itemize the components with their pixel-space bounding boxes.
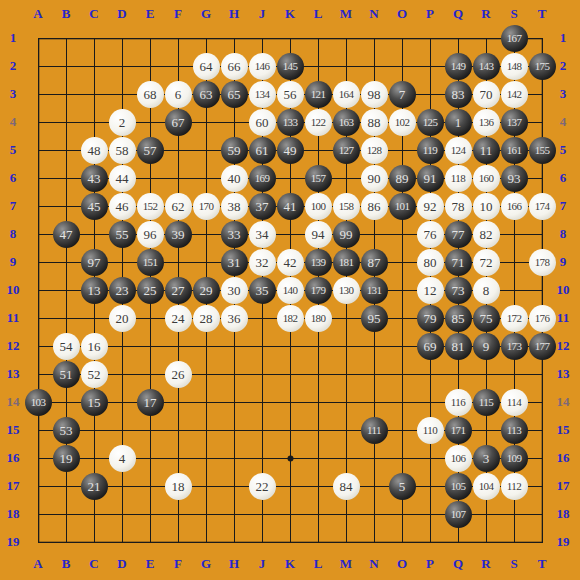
coord-label-g: G [192,2,220,26]
stone-g10[interactable]: 29 [193,277,220,304]
stone-k4[interactable]: 133 [277,109,304,136]
stone-s16[interactable]: 109 [501,445,528,472]
stone-m7[interactable]: 158 [333,193,360,220]
stone-s1[interactable]: 167 [501,25,528,52]
coord-label-q: Q [444,2,472,26]
stone-p4[interactable]: 125 [417,109,444,136]
stone-l3[interactable]: 121 [305,81,332,108]
stone-e9[interactable]: 151 [137,249,164,276]
stone-p15[interactable]: 110 [417,417,444,444]
stone-s5[interactable]: 161 [501,137,528,164]
stone-n10[interactable]: 131 [361,277,388,304]
stone-q10[interactable]: 73 [445,277,472,304]
stone-r4[interactable]: 136 [473,109,500,136]
stone-j6[interactable]: 169 [249,165,276,192]
stone-e10[interactable]: 25 [137,277,164,304]
stone-m3[interactable]: 164 [333,81,360,108]
stone-q3[interactable]: 83 [445,81,472,108]
stone-h3[interactable]: 65 [221,81,248,108]
coord-label-9: 9 [1,248,25,276]
stone-c13[interactable]: 52 [81,361,108,388]
stone-g2[interactable]: 64 [193,53,220,80]
stone-c12[interactable]: 16 [81,333,108,360]
stone-s4[interactable]: 137 [501,109,528,136]
stone-m9[interactable]: 181 [333,249,360,276]
stone-j5[interactable]: 61 [249,137,276,164]
stone-t11[interactable]: 176 [529,305,556,332]
stone-e5[interactable]: 57 [137,137,164,164]
stone-f13[interactable]: 26 [165,361,192,388]
stone-r10[interactable]: 8 [473,277,500,304]
stone-r8[interactable]: 82 [473,221,500,248]
stone-c10[interactable]: 13 [81,277,108,304]
stone-r3[interactable]: 70 [473,81,500,108]
stone-m5[interactable]: 127 [333,137,360,164]
stone-s6[interactable]: 93 [501,165,528,192]
stone-j2[interactable]: 146 [249,53,276,80]
coord-label-3: 3 [1,80,25,108]
stone-q9[interactable]: 71 [445,249,472,276]
stone-t2[interactable]: 175 [529,53,556,80]
coord-label-14: 14 [1,388,25,416]
stone-f8[interactable]: 39 [165,221,192,248]
stone-g3[interactable]: 63 [193,81,220,108]
stone-s15[interactable]: 113 [501,417,528,444]
stone-o7[interactable]: 101 [389,193,416,220]
coord-label-2: 2 [1,52,25,80]
stone-m17[interactable]: 84 [333,473,360,500]
stone-l11[interactable]: 180 [305,305,332,332]
stone-k9[interactable]: 42 [277,249,304,276]
coord-label-p: P [416,2,444,26]
stone-d11[interactable]: 20 [109,305,136,332]
stone-q8[interactable]: 77 [445,221,472,248]
stone-n11[interactable]: 95 [361,305,388,332]
stone-k7[interactable]: 41 [277,193,304,220]
stone-h11[interactable]: 36 [221,305,248,332]
stone-n5[interactable]: 128 [361,137,388,164]
stone-d6[interactable]: 44 [109,165,136,192]
stone-o3[interactable]: 7 [389,81,416,108]
coord-label-12: 12 [1,332,25,360]
stone-c14[interactable]: 15 [81,389,108,416]
stones-grid[interactable]: 1234567891011121315161718192021222324252… [24,24,556,556]
stone-q12[interactable]: 81 [445,333,472,360]
stone-q4[interactable]: 1 [445,109,472,136]
stone-s12[interactable]: 173 [501,333,528,360]
stone-s7[interactable]: 166 [501,193,528,220]
stone-q15[interactable]: 171 [445,417,472,444]
stone-q11[interactable]: 85 [445,305,472,332]
stone-p5[interactable]: 119 [417,137,444,164]
stone-g7[interactable]: 170 [193,193,220,220]
stone-q16[interactable]: 106 [445,445,472,472]
stone-m4[interactable]: 163 [333,109,360,136]
stone-t5[interactable]: 155 [529,137,556,164]
stone-j9[interactable]: 32 [249,249,276,276]
stone-j8[interactable]: 34 [249,221,276,248]
coord-label-16: 16 [1,444,25,472]
stone-l4[interactable]: 122 [305,109,332,136]
stone-d8[interactable]: 55 [109,221,136,248]
stone-d10[interactable]: 23 [109,277,136,304]
stone-o6[interactable]: 89 [389,165,416,192]
stone-l7[interactable]: 100 [305,193,332,220]
stone-c7[interactable]: 45 [81,193,108,220]
stone-n4[interactable]: 88 [361,109,388,136]
coord-label-f: F [164,2,192,26]
coord-label-10: 10 [1,276,25,304]
stone-h7[interactable]: 38 [221,193,248,220]
stone-j4[interactable]: 60 [249,109,276,136]
stone-r9[interactable]: 72 [473,249,500,276]
stone-h8[interactable]: 33 [221,221,248,248]
stone-q14[interactable]: 116 [445,389,472,416]
stone-n7[interactable]: 86 [361,193,388,220]
stone-p12[interactable]: 69 [417,333,444,360]
stone-n15[interactable]: 111 [361,417,388,444]
stone-l9[interactable]: 139 [305,249,332,276]
stone-r16[interactable]: 3 [473,445,500,472]
stone-t7[interactable]: 174 [529,193,556,220]
stone-h9[interactable]: 31 [221,249,248,276]
stone-j10[interactable]: 35 [249,277,276,304]
coord-label-19: 19 [1,528,25,556]
coord-label-1: 1 [1,24,25,52]
coord-label-6: 6 [1,164,25,192]
stone-t12[interactable]: 177 [529,333,556,360]
coord-label-o: O [388,2,416,26]
stone-s11[interactable]: 172 [501,305,528,332]
stone-f3[interactable]: 6 [165,81,192,108]
stone-q18[interactable]: 107 [445,501,472,528]
stone-c9[interactable]: 97 [81,249,108,276]
stone-e7[interactable]: 152 [137,193,164,220]
stone-h2[interactable]: 66 [221,53,248,80]
stone-p6[interactable]: 91 [417,165,444,192]
stone-q17[interactable]: 105 [445,473,472,500]
stone-r6[interactable]: 160 [473,165,500,192]
stone-p10[interactable]: 12 [417,277,444,304]
coord-label-e: E [136,2,164,26]
coord-label-j: J [248,2,276,26]
go-board[interactable]: ABCDEFGHJKLMNOPQRST ABCDEFGHJKLMNOPQRST … [0,0,580,580]
coord-label-c: C [80,2,108,26]
stone-s2[interactable]: 148 [501,53,528,80]
stone-d4[interactable]: 2 [109,109,136,136]
stone-f17[interactable]: 18 [165,473,192,500]
stone-k5[interactable]: 49 [277,137,304,164]
coord-label-13: 13 [1,360,25,388]
stone-g11[interactable]: 28 [193,305,220,332]
stone-f10[interactable]: 27 [165,277,192,304]
coord-label-d: D [108,2,136,26]
stone-k10[interactable]: 140 [277,277,304,304]
stone-j3[interactable]: 134 [249,81,276,108]
stone-s3[interactable]: 142 [501,81,528,108]
coord-label-n: N [360,2,388,26]
coord-label-8: 8 [1,220,25,248]
coord-label-h: H [220,2,248,26]
stone-m10[interactable]: 130 [333,277,360,304]
stone-q6[interactable]: 118 [445,165,472,192]
stone-h10[interactable]: 30 [221,277,248,304]
coord-label-b: B [52,2,80,26]
coord-label-15: 15 [1,416,25,444]
stone-h5[interactable]: 59 [221,137,248,164]
stone-r12[interactable]: 9 [473,333,500,360]
coord-label-11: 11 [1,304,25,332]
stone-l10[interactable]: 179 [305,277,332,304]
stone-p8[interactable]: 76 [417,221,444,248]
stone-n6[interactable]: 90 [361,165,388,192]
row-labels-left: 12345678910111213141516171819 [1,24,25,556]
stone-b12[interactable]: 54 [53,333,80,360]
coord-label-r: R [472,2,500,26]
stone-f11[interactable]: 24 [165,305,192,332]
stone-e14[interactable]: 17 [137,389,164,416]
coord-label-5: 5 [1,136,25,164]
coord-label-m: M [332,2,360,26]
coord-label-a: A [24,2,52,26]
stone-c6[interactable]: 43 [81,165,108,192]
stone-r5[interactable]: 11 [473,137,500,164]
stone-p7[interactable]: 92 [417,193,444,220]
stone-q2[interactable]: 149 [445,53,472,80]
stone-j7[interactable]: 37 [249,193,276,220]
stone-s17[interactable]: 112 [501,473,528,500]
stone-f4[interactable]: 67 [165,109,192,136]
stone-r11[interactable]: 75 [473,305,500,332]
coord-label-t: T [528,2,556,26]
coord-label-l: L [304,2,332,26]
stone-r14[interactable]: 115 [473,389,500,416]
stone-t9[interactable]: 178 [529,249,556,276]
coord-label-17: 17 [1,472,25,500]
stone-m8[interactable]: 99 [333,221,360,248]
column-labels-top: ABCDEFGHJKLMNOPQRST [24,2,556,26]
coord-label-4: 4 [1,108,25,136]
stone-r7[interactable]: 10 [473,193,500,220]
stone-r17[interactable]: 104 [473,473,500,500]
coord-label-s: S [500,2,528,26]
stone-e8[interactable]: 96 [137,221,164,248]
stone-q5[interactable]: 124 [445,137,472,164]
stone-o17[interactable]: 5 [389,473,416,500]
coord-label-18: 18 [1,500,25,528]
stone-n3[interactable]: 98 [361,81,388,108]
stone-p9[interactable]: 80 [417,249,444,276]
stone-d5[interactable]: 58 [109,137,136,164]
coord-label-k: K [276,2,304,26]
stone-n9[interactable]: 87 [361,249,388,276]
stone-r2[interactable]: 143 [473,53,500,80]
stone-l6[interactable]: 157 [305,165,332,192]
stone-b16[interactable]: 19 [53,445,80,472]
stone-q7[interactable]: 78 [445,193,472,220]
stone-j17[interactable]: 22 [249,473,276,500]
stone-o4[interactable]: 102 [389,109,416,136]
stone-b13[interactable]: 51 [53,361,80,388]
stone-f7[interactable]: 62 [165,193,192,220]
stone-c17[interactable]: 21 [81,473,108,500]
stone-s14[interactable]: 114 [501,389,528,416]
stone-k3[interactable]: 56 [277,81,304,108]
stone-e3[interactable]: 68 [137,81,164,108]
stone-k11[interactable]: 182 [277,305,304,332]
stone-a14[interactable]: 103 [25,389,52,416]
stone-b15[interactable]: 53 [53,417,80,444]
stone-l8[interactable]: 94 [305,221,332,248]
stone-d7[interactable]: 46 [109,193,136,220]
stone-d16[interactable]: 4 [109,445,136,472]
stone-h6[interactable]: 40 [221,165,248,192]
stone-c5[interactable]: 48 [81,137,108,164]
stone-p11[interactable]: 79 [417,305,444,332]
stone-b8[interactable]: 47 [53,221,80,248]
coord-label-7: 7 [1,192,25,220]
stone-k2[interactable]: 145 [277,53,304,80]
